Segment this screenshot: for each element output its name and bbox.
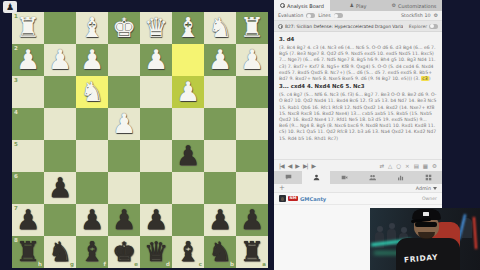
engine-settings-icon[interactable]: ⚙ — [434, 13, 438, 18]
grid-icon — [425, 174, 432, 181]
rank-label-6: 6 — [14, 173, 18, 179]
tab-stats[interactable] — [386, 171, 414, 184]
move-list: 3. d4 (3. Bc4 Bg7 4. c3 (4. Nc3 e6 (4...… — [274, 32, 442, 159]
square-b7[interactable]: ♟ — [204, 204, 236, 236]
bar-chart-icon — [397, 174, 404, 181]
gear-icon: ⚙ — [392, 3, 396, 8]
square-c2[interactable] — [172, 44, 204, 76]
background-mannequin — [375, 232, 384, 248]
settings-icon[interactable]: ⚙ — [432, 163, 437, 169]
square-e7[interactable]: ♟ — [108, 204, 140, 236]
white-pawn[interactable]: ♟ — [172, 76, 204, 108]
square-h4[interactable]: 4 — [12, 108, 44, 140]
square-b6[interactable] — [204, 172, 236, 204]
tab-people[interactable] — [358, 171, 386, 184]
evaluation-toggle[interactable] — [306, 13, 315, 18]
person-icon — [313, 174, 320, 181]
square-h8[interactable]: ♜8h — [12, 236, 44, 268]
variation-block-2[interactable]: (5. c4 Bg7 (5... Nf6 6. Nc3 (6. f3) 6...… — [279, 92, 437, 142]
lines-toggle[interactable] — [334, 13, 343, 18]
file-label-e: e — [134, 261, 138, 267]
white-pawn[interactable]: ♟ — [108, 108, 140, 140]
square-e6[interactable] — [108, 172, 140, 204]
explorer-label: Explorer — [409, 24, 427, 29]
square-d1[interactable]: ♛ — [140, 12, 172, 44]
red-light-glow — [473, 217, 477, 249]
last-move-button[interactable]: ▶| — [303, 163, 308, 169]
pgn-icon[interactable]: ▤ — [414, 163, 419, 169]
file-label-d: d — [166, 261, 170, 267]
variation-text: (3. Bc4 Bg7 4. c3 (4. Nc3 e6 (4... Nc6 5… — [279, 45, 435, 81]
variation-block-1[interactable]: (3. Bc4 Bg7 4. c3 (4. Nc3 e6 (4... Nc6 5… — [279, 45, 437, 82]
people-icon — [369, 174, 376, 181]
file-label-a: a — [262, 261, 266, 267]
white-rook[interactable]: ♜ — [236, 12, 268, 44]
square-g5[interactable] — [44, 140, 76, 172]
white-queen[interactable]: ♛ — [140, 12, 172, 44]
square-f7[interactable]: ♟ — [76, 204, 108, 236]
opening-row: B27: Sicilian Defense: Hyperaccelerated … — [274, 21, 442, 32]
tab-play[interactable]: ♟ Play — [330, 0, 386, 11]
square-h5[interactable]: 5 — [12, 140, 44, 172]
file-label-h: h — [38, 261, 42, 267]
white-king[interactable]: ♚ — [108, 12, 140, 44]
square-a6[interactable] — [236, 172, 268, 204]
square-a8[interactable]: ♜a — [236, 236, 268, 268]
white-pawn[interactable]: ♟ — [204, 44, 236, 76]
file-label-f: f — [104, 261, 106, 267]
square-d2[interactable]: ♟ — [140, 44, 172, 76]
engine-settings-row: Evaluation Lines Stockfish 10 ⚙ — [274, 11, 442, 21]
sidebar-tabbar: Analysis Board ♟ Play ⚙ Customizations — [274, 0, 442, 11]
square-e2[interactable] — [108, 44, 140, 76]
square-c8[interactable]: ♝c — [172, 236, 204, 268]
record-icon[interactable]: ○ — [396, 163, 401, 169]
tool-tabstrip — [274, 171, 442, 184]
square-a4[interactable] — [236, 108, 268, 140]
black-pawn[interactable]: ♟ — [236, 204, 268, 236]
tab-chat[interactable] — [274, 171, 302, 184]
square-h7[interactable]: ♟7 — [12, 204, 44, 236]
square-a7[interactable]: ♟ — [236, 204, 268, 236]
board-editor-icon[interactable]: ▦ — [423, 163, 428, 169]
square-g6[interactable]: ♟ — [44, 172, 76, 204]
tab-customizations[interactable]: ⚙ Customizations — [386, 0, 442, 11]
square-c7[interactable] — [172, 204, 204, 236]
magnifier-icon — [280, 3, 285, 8]
rank-label-5: 5 — [14, 141, 18, 147]
cap-logo — [423, 212, 429, 216]
square-f1[interactable]: ♝ — [76, 12, 108, 44]
square-h2[interactable]: ♟2 — [12, 44, 44, 76]
black-pawn[interactable]: ♟ — [172, 140, 204, 172]
upload-icon[interactable]: △ — [388, 163, 392, 169]
square-d5[interactable] — [140, 140, 172, 172]
main-line-continuation[interactable]: 3... cxd4 4. Nxd4 Nc6 5. Nc3 — [279, 83, 437, 90]
square-f5[interactable] — [76, 140, 108, 172]
square-b2[interactable]: ♟ — [204, 44, 236, 76]
chevron-down-icon — [433, 187, 437, 190]
square-e4[interactable]: ♟ — [108, 108, 140, 140]
opening-name: B27: Sicilian Defense: Hyperaccelerated … — [285, 24, 403, 29]
square-a3[interactable] — [236, 76, 268, 108]
square-c6[interactable] — [172, 172, 204, 204]
admin-dropdown-label: Admin — [416, 186, 431, 191]
black-pawn[interactable]: ♟ — [204, 204, 236, 236]
first-move-button[interactable]: |◀ — [279, 163, 284, 169]
square-g2[interactable]: ♟ — [44, 44, 76, 76]
square-d4[interactable] — [140, 108, 172, 140]
square-g8[interactable]: ♞g — [44, 236, 76, 268]
explorer-toggle[interactable] — [429, 24, 438, 29]
white-pawn[interactable]: ♟ — [76, 44, 108, 76]
white-pawn[interactable]: ♟ — [236, 44, 268, 76]
square-d6[interactable] — [140, 172, 172, 204]
webcam-overlay: FRIDAY — [370, 208, 480, 270]
tab-customizations-label: Customizations — [398, 3, 436, 9]
autoplay-button[interactable]: ▶ — [312, 163, 316, 169]
square-c3[interactable]: ♟ — [172, 76, 204, 108]
square-c1[interactable]: ♝ — [172, 12, 204, 44]
square-d3[interactable] — [140, 76, 172, 108]
tab-analysis-board-label: Analysis Board — [287, 3, 324, 9]
main-line-move[interactable]: 3. d4 — [279, 36, 437, 43]
white-bishop[interactable]: ♝ — [76, 12, 108, 44]
white-knight[interactable]: ♞ — [204, 12, 236, 44]
square-b5[interactable] — [204, 140, 236, 172]
white-bishop[interactable]: ♝ — [172, 12, 204, 44]
prev-move-button[interactable]: ◀ — [288, 163, 292, 169]
square-f6[interactable] — [76, 172, 108, 204]
file-label-g: g — [70, 261, 74, 267]
avatar — [279, 195, 286, 202]
square-f8[interactable]: ♝f — [76, 236, 108, 268]
next-move-button[interactable]: ▶ — [295, 163, 299, 169]
variation-text: ) — [429, 76, 431, 81]
black-pawn[interactable]: ♟ — [140, 204, 172, 236]
file-label-b: b — [230, 261, 234, 267]
close-icon[interactable]: × — [405, 163, 410, 169]
tab-analysis-board[interactable]: Analysis Board — [274, 0, 330, 11]
square-d8[interactable]: ♛d — [140, 236, 172, 268]
square-b3[interactable] — [204, 76, 236, 108]
opening-info-icon — [278, 24, 283, 29]
rank-label-1: 1 — [14, 13, 18, 19]
square-f2[interactable]: ♟ — [76, 44, 108, 76]
file-label-c: c — [199, 261, 202, 267]
white-pawn[interactable]: ♟ — [44, 44, 76, 76]
pawn-icon: ♟ — [6, 2, 14, 12]
add-member-button[interactable]: + — [279, 185, 285, 192]
square-e3[interactable] — [108, 76, 140, 108]
square-d7[interactable]: ♟ — [140, 204, 172, 236]
square-c5[interactable]: ♟ — [172, 140, 204, 172]
tab-play-label: Play — [356, 3, 366, 9]
rank-label-8: 8 — [14, 237, 18, 243]
square-g7[interactable] — [44, 204, 76, 236]
white-pawn[interactable]: ♟ — [140, 44, 172, 76]
square-f4[interactable] — [76, 108, 108, 140]
square-b1[interactable]: ♞ — [204, 12, 236, 44]
black-pawn[interactable]: ♟ — [76, 204, 108, 236]
members-header: + Admin — [274, 184, 442, 193]
square-h1[interactable]: ♜1 — [12, 12, 44, 44]
rank-label-2: 2 — [14, 45, 18, 51]
share-icon[interactable]: ⇄ — [379, 163, 384, 169]
tab-apps[interactable] — [414, 171, 442, 184]
square-e5[interactable] — [108, 140, 140, 172]
playback-controls: |◀ ◀ ▶ ▶| ▶ ⇄ △ ○ × ▤ ▦ ⚙ — [274, 159, 442, 171]
current-move[interactable]: c3 — [421, 76, 428, 81]
square-c4[interactable] — [172, 108, 204, 140]
member-username[interactable]: GMCanty — [300, 196, 326, 202]
square-a2[interactable]: ♟ — [236, 44, 268, 76]
square-a5[interactable] — [236, 140, 268, 172]
square-e8[interactable]: ♚e — [108, 236, 140, 268]
square-e1[interactable]: ♚ — [108, 12, 140, 44]
square-h3[interactable]: 3 — [12, 76, 44, 108]
square-h6[interactable]: 6 — [12, 172, 44, 204]
chat-bubble-icon — [285, 174, 292, 181]
pawn-icon: ♟ — [350, 3, 354, 8]
square-b4[interactable] — [204, 108, 236, 140]
black-pawn[interactable]: ♟ — [44, 172, 76, 204]
square-a1[interactable]: ♜ — [236, 12, 268, 44]
sunglasses — [415, 222, 437, 227]
camera-icon — [341, 174, 348, 181]
black-pawn[interactable]: ♟ — [108, 204, 140, 236]
engine-name: Stockfish 10 — [401, 13, 430, 18]
title-badge: NM — [288, 196, 298, 202]
tab-members[interactable] — [302, 171, 330, 184]
rank-label-4: 4 — [14, 109, 18, 115]
chess-board: ♜1♝♚♛♝♞♜♟2♟♟♟♟♟3♞♟4♟5♟6♟♟7♟♟♟♟♟♜8h♞g♝f♚e… — [12, 12, 268, 268]
rank-label-7: 7 — [14, 205, 18, 211]
square-g1[interactable] — [44, 12, 76, 44]
square-f3[interactable]: ♞ — [76, 76, 108, 108]
admin-dropdown[interactable]: Admin — [416, 186, 437, 191]
rank-label-3: 3 — [14, 77, 18, 83]
evaluation-label: Evaluation — [278, 13, 303, 18]
app-icon[interactable]: ♟ — [3, 1, 17, 13]
member-role: Owner — [422, 196, 437, 201]
square-g4[interactable] — [44, 108, 76, 140]
control-icons: ⇄ △ ○ × ▤ ▦ ⚙ — [379, 163, 437, 169]
white-knight[interactable]: ♞ — [76, 76, 108, 108]
lines-label: Lines — [318, 13, 331, 18]
tab-video[interactable] — [330, 171, 358, 184]
member-row[interactable]: NM GMCanty Owner — [274, 193, 442, 205]
square-g3[interactable] — [44, 76, 76, 108]
square-b8[interactable]: ♞b — [204, 236, 236, 268]
